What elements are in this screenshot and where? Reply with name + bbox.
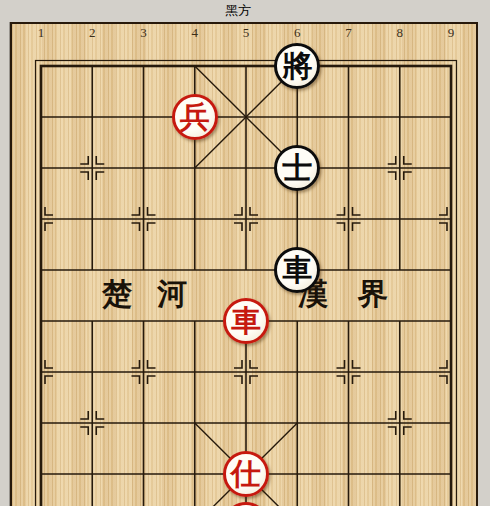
column-label-1: 1 (38, 25, 45, 41)
column-label-4: 4 (192, 25, 199, 41)
board-layer: 123456789楚河漢界將兵士車車仕帥 (0, 0, 490, 506)
xiangqi-board: 123456789楚河漢界將兵士車車仕帥 (10, 22, 478, 506)
board-grid (0, 0, 490, 506)
piece-black-general[interactable]: 將 (274, 43, 320, 89)
piece-red-chariot[interactable]: 車 (223, 298, 269, 344)
piece-black-advisor[interactable]: 士 (274, 145, 320, 191)
river-text-char: 楚 (102, 274, 132, 315)
column-label-2: 2 (89, 25, 96, 41)
piece-black-chariot[interactable]: 車 (274, 247, 320, 293)
river-text-char: 河 (157, 274, 187, 315)
column-label-7: 7 (345, 25, 352, 41)
column-label-6: 6 (294, 25, 301, 41)
column-label-3: 3 (140, 25, 147, 41)
piece-red-advisor[interactable]: 仕 (223, 451, 269, 497)
xiangqi-app-screen: 黑方 123456789楚河漢界將兵士車車仕帥 (0, 0, 490, 506)
column-label-9: 9 (448, 25, 455, 41)
river-text-char: 界 (358, 274, 388, 315)
column-label-5: 5 (243, 25, 250, 41)
piece-red-pawn[interactable]: 兵 (172, 94, 218, 140)
column-label-8: 8 (397, 25, 404, 41)
